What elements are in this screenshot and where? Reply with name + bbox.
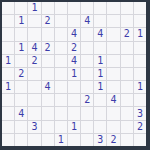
empty-cell-r1c5[interactable]: [68, 15, 80, 27]
clue-cell-r2c5: 4: [68, 28, 80, 40]
empty-cell-r9c1[interactable]: [15, 121, 27, 133]
empty-cell-r5c3[interactable]: [42, 68, 54, 80]
empty-cell-r8c6[interactable]: [81, 107, 93, 119]
empty-cell-r3c7[interactable]: [94, 42, 106, 54]
empty-cell-r8c5[interactable]: [68, 107, 80, 119]
empty-cell-r3c4[interactable]: [55, 42, 67, 54]
empty-cell-r9c3[interactable]: [42, 121, 54, 133]
empty-cell-r10c5[interactable]: [68, 134, 80, 146]
clue-cell-r4c7: 1: [94, 55, 106, 67]
empty-cell-r2c3[interactable]: [42, 28, 54, 40]
empty-cell-r6c2[interactable]: [28, 81, 40, 93]
empty-cell-r10c1[interactable]: [15, 134, 27, 146]
empty-cell-r9c4[interactable]: [55, 121, 67, 133]
empty-cell-r5c0[interactable]: [2, 68, 14, 80]
empty-cell-r10c2[interactable]: [28, 134, 40, 146]
empty-cell-r3c0[interactable]: [2, 42, 14, 54]
clue-cell-r10c4: 1: [55, 134, 67, 146]
clue-cell-r3c5: 2: [68, 42, 80, 54]
empty-cell-r5c2[interactable]: [28, 68, 40, 80]
empty-cell-r4c9[interactable]: [121, 55, 133, 67]
empty-cell-r7c2[interactable]: [28, 94, 40, 106]
empty-cell-r7c0[interactable]: [2, 94, 14, 106]
clue-cell-r9c2: 3: [28, 121, 40, 133]
empty-cell-r0c1[interactable]: [15, 2, 27, 14]
empty-cell-r1c2[interactable]: [28, 15, 40, 27]
clue-cell-r9c5: 1: [68, 121, 80, 133]
empty-cell-r9c9[interactable]: [121, 121, 133, 133]
clue-cell-r10c8: 2: [107, 134, 119, 146]
clue-cell-r2c10: 1: [134, 28, 146, 40]
empty-cell-r4c1[interactable]: [15, 55, 27, 67]
empty-cell-r7c10[interactable]: [134, 94, 146, 106]
empty-cell-r10c3[interactable]: [42, 134, 54, 146]
empty-cell-r5c4[interactable]: [55, 68, 67, 80]
empty-cell-r0c6[interactable]: [81, 2, 93, 14]
empty-cell-r0c5[interactable]: [68, 2, 80, 14]
empty-cell-r9c6[interactable]: [81, 121, 93, 133]
empty-cell-r0c4[interactable]: [55, 2, 67, 14]
empty-cell-r1c0[interactable]: [2, 15, 14, 27]
clue-cell-r3c2: 4: [28, 42, 40, 54]
empty-cell-r10c9[interactable]: [121, 134, 133, 146]
empty-cell-r8c7[interactable]: [94, 107, 106, 119]
empty-cell-r8c4[interactable]: [55, 107, 67, 119]
empty-cell-r0c10[interactable]: [134, 2, 146, 14]
empty-cell-r7c3[interactable]: [42, 94, 54, 106]
empty-cell-r6c6[interactable]: [81, 81, 93, 93]
empty-cell-r1c10[interactable]: [134, 15, 146, 27]
empty-cell-r2c0[interactable]: [2, 28, 14, 40]
clue-cell-r9c10: 2: [134, 121, 146, 133]
empty-cell-r4c8[interactable]: [107, 55, 119, 67]
empty-cell-r10c10[interactable]: [134, 134, 146, 146]
empty-cell-r7c4[interactable]: [55, 94, 67, 106]
clue-cell-r1c3: 2: [42, 15, 54, 27]
empty-cell-r0c8[interactable]: [107, 2, 119, 14]
empty-cell-r3c6[interactable]: [81, 42, 93, 54]
clue-cell-r6c7: 1: [94, 81, 106, 93]
clue-cell-r2c7: 4: [94, 28, 106, 40]
empty-cell-r5c8[interactable]: [107, 68, 119, 80]
empty-cell-r3c10[interactable]: [134, 42, 146, 54]
empty-cell-r2c6[interactable]: [81, 28, 93, 40]
empty-cell-r4c10[interactable]: [134, 55, 146, 67]
puzzle-grid: 112444211422124121114112443312132: [2, 2, 146, 146]
empty-cell-r8c3[interactable]: [42, 107, 54, 119]
empty-cell-r0c9[interactable]: [121, 2, 133, 14]
empty-cell-r4c4[interactable]: [55, 55, 67, 67]
empty-cell-r7c7[interactable]: [94, 94, 106, 106]
empty-cell-r6c9[interactable]: [121, 81, 133, 93]
empty-cell-r2c4[interactable]: [55, 28, 67, 40]
clue-cell-r7c6: 2: [81, 94, 93, 106]
empty-cell-r3c9[interactable]: [121, 42, 133, 54]
empty-cell-r7c1[interactable]: [15, 94, 27, 106]
puzzle-board-frame: 112444211422124121114112443312132: [0, 0, 150, 150]
empty-cell-r4c6[interactable]: [81, 55, 93, 67]
clue-cell-r6c3: 4: [42, 81, 54, 93]
empty-cell-r6c1[interactable]: [15, 81, 27, 93]
empty-cell-r8c8[interactable]: [107, 107, 119, 119]
empty-cell-r2c8[interactable]: [107, 28, 119, 40]
clue-cell-r6c0: 1: [2, 81, 14, 93]
clue-cell-r10c7: 3: [94, 134, 106, 146]
empty-cell-r7c5[interactable]: [68, 94, 80, 106]
empty-cell-r0c7[interactable]: [94, 2, 106, 14]
empty-cell-r8c0[interactable]: [2, 107, 14, 119]
clue-cell-r5c5: 1: [68, 68, 80, 80]
empty-cell-r1c7[interactable]: [94, 15, 106, 27]
empty-cell-r9c0[interactable]: [2, 121, 14, 133]
empty-cell-r9c8[interactable]: [107, 121, 119, 133]
empty-cell-r8c2[interactable]: [28, 107, 40, 119]
empty-cell-r3c8[interactable]: [107, 42, 119, 54]
clue-cell-r1c1: 1: [15, 15, 27, 27]
empty-cell-r1c4[interactable]: [55, 15, 67, 27]
empty-cell-r10c0[interactable]: [2, 134, 14, 146]
clue-cell-r2c9: 2: [121, 28, 133, 40]
clue-cell-r8c1: 4: [15, 107, 27, 119]
clue-cell-r6c10: 1: [134, 81, 146, 93]
empty-cell-r0c0[interactable]: [2, 2, 14, 14]
empty-cell-r2c1[interactable]: [15, 28, 27, 40]
empty-cell-r8c9[interactable]: [121, 107, 133, 119]
empty-cell-r1c8[interactable]: [107, 15, 119, 27]
empty-cell-r10c6[interactable]: [81, 134, 93, 146]
empty-cell-r5c9[interactable]: [121, 68, 133, 80]
clue-cell-r8c10: 3: [134, 107, 146, 119]
empty-cell-r6c4[interactable]: [55, 81, 67, 93]
clue-cell-r4c2: 2: [28, 55, 40, 67]
clue-cell-r1c6: 4: [81, 15, 93, 27]
clue-cell-r3c3: 2: [42, 42, 54, 54]
clue-cell-r7c8: 4: [107, 94, 119, 106]
clue-cell-r0c2: 1: [28, 2, 40, 14]
empty-cell-r5c6[interactable]: [81, 68, 93, 80]
empty-cell-r0c3[interactable]: [42, 2, 54, 14]
clue-cell-r5c1: 2: [15, 68, 27, 80]
empty-cell-r7c9[interactable]: [121, 94, 133, 106]
clue-cell-r3c1: 1: [15, 42, 27, 54]
clue-cell-r4c0: 1: [2, 55, 14, 67]
empty-cell-r1c9[interactable]: [121, 15, 133, 27]
empty-cell-r2c2[interactable]: [28, 28, 40, 40]
empty-cell-r6c5[interactable]: [68, 81, 80, 93]
clue-cell-r4c5: 4: [68, 55, 80, 67]
empty-cell-r4c3[interactable]: [42, 55, 54, 67]
clue-cell-r5c7: 1: [94, 68, 106, 80]
empty-cell-r5c10[interactable]: [134, 68, 146, 80]
empty-cell-r9c7[interactable]: [94, 121, 106, 133]
empty-cell-r6c8[interactable]: [107, 81, 119, 93]
